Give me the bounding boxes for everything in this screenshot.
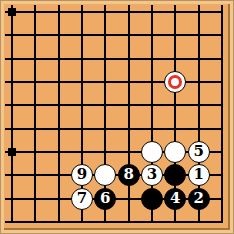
grid-line-vertical (221, 5, 223, 223)
grid-line-vertical (11, 5, 13, 223)
grid-line-horizontal (5, 11, 223, 13)
white-stone-move-5: 5 (188, 141, 210, 163)
grid-line-horizontal (5, 221, 223, 223)
go-board: 598317642 (4, 4, 230, 230)
white-stone (164, 141, 186, 163)
grid-line-horizontal (5, 81, 223, 83)
black-stone (164, 164, 186, 186)
move-number: 7 (77, 191, 87, 206)
grid-line-horizontal (5, 58, 223, 60)
white-stone-move-3: 3 (141, 164, 163, 186)
hoshi-marker (8, 148, 16, 156)
move-number: 2 (193, 191, 203, 206)
grid-line-horizontal (5, 104, 223, 106)
grid-line-vertical (58, 5, 60, 223)
white-stone-move-9: 9 (71, 164, 93, 186)
move-number: 9 (77, 167, 87, 182)
hoshi-marker (8, 8, 16, 16)
move-number: 6 (100, 191, 110, 206)
black-stone-move-8: 8 (118, 164, 140, 186)
move-number: 5 (193, 144, 203, 159)
black-stone-move-6: 6 (94, 188, 116, 210)
grid-line-vertical (128, 5, 130, 223)
go-diagram: 598317642 (0, 0, 234, 234)
black-stone-move-2: 2 (188, 188, 210, 210)
move-number: 1 (193, 167, 203, 182)
white-stone-circled (164, 71, 186, 93)
move-number: 8 (123, 167, 133, 182)
grid-line-horizontal (5, 34, 223, 36)
grid-line-vertical (34, 5, 36, 223)
white-stone (141, 141, 163, 163)
white-stone-move-7: 7 (71, 188, 93, 210)
black-stone (141, 188, 163, 210)
move-number: 4 (170, 191, 180, 206)
white-stone (94, 164, 116, 186)
grid-line-horizontal (5, 128, 223, 130)
white-stone-move-1: 1 (188, 164, 210, 186)
black-stone-move-4: 4 (164, 188, 186, 210)
move-number: 3 (147, 167, 157, 182)
red-circle-marker-icon (168, 75, 182, 89)
